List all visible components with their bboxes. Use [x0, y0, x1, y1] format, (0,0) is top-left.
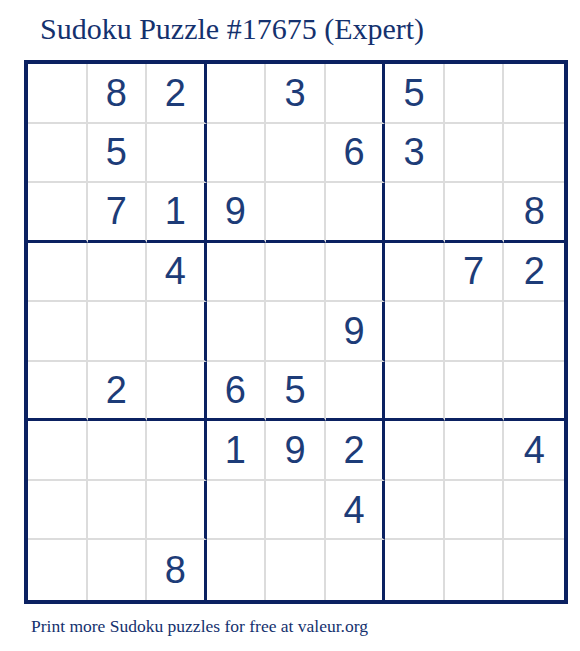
cell-r1c5: 3 [266, 64, 326, 124]
cell-r4c7 [385, 243, 445, 303]
cell-r6c7 [385, 362, 445, 422]
cell-r3c5 [266, 183, 326, 243]
cell-r2c8 [445, 124, 505, 184]
footer-text: Print more Sudoku puzzles for free at va… [31, 616, 368, 637]
cell-r3c8 [445, 183, 505, 243]
cell-r6c1 [28, 362, 88, 422]
cell-r4c2 [88, 243, 148, 303]
cell-r9c7 [385, 540, 445, 600]
cell-r3c7 [385, 183, 445, 243]
cell-r7c1 [28, 421, 88, 481]
cell-r4c5 [266, 243, 326, 303]
cell-r8c5 [266, 481, 326, 541]
cell-r3c1 [28, 183, 88, 243]
cell-r2c9 [504, 124, 564, 184]
cell-r2c7: 3 [385, 124, 445, 184]
cell-r1c3: 2 [147, 64, 207, 124]
cell-r8c9 [504, 481, 564, 541]
cell-r3c6 [326, 183, 386, 243]
cell-r5c1 [28, 302, 88, 362]
cell-r1c9 [504, 64, 564, 124]
cell-r1c7: 5 [385, 64, 445, 124]
cell-r3c2: 7 [88, 183, 148, 243]
cell-r9c3: 8 [147, 540, 207, 600]
cell-r9c8 [445, 540, 505, 600]
cell-r9c2 [88, 540, 148, 600]
cell-r9c5 [266, 540, 326, 600]
cell-r5c9 [504, 302, 564, 362]
page-title: Sudoku Puzzle #17675 (Expert) [40, 12, 424, 46]
cell-r4c9: 2 [504, 243, 564, 303]
cell-r8c8 [445, 481, 505, 541]
cell-r7c9: 4 [504, 421, 564, 481]
cell-r9c9 [504, 540, 564, 600]
cell-r8c1 [28, 481, 88, 541]
cell-r6c5: 5 [266, 362, 326, 422]
cell-r1c4 [207, 64, 267, 124]
cell-r6c4: 6 [207, 362, 267, 422]
cell-r7c3 [147, 421, 207, 481]
sudoku-page: Sudoku Puzzle #17675 (Expert) 8235563719… [0, 0, 580, 651]
cell-r4c4 [207, 243, 267, 303]
cell-r1c6 [326, 64, 386, 124]
cell-r2c6: 6 [326, 124, 386, 184]
cell-r6c2: 2 [88, 362, 148, 422]
cell-r7c4: 1 [207, 421, 267, 481]
cell-r8c3 [147, 481, 207, 541]
cell-r2c3 [147, 124, 207, 184]
cell-r4c6 [326, 243, 386, 303]
cell-r5c7 [385, 302, 445, 362]
cell-r5c6: 9 [326, 302, 386, 362]
cell-r1c2: 8 [88, 64, 148, 124]
cell-r1c1 [28, 64, 88, 124]
cell-r6c9 [504, 362, 564, 422]
cell-r3c9: 8 [504, 183, 564, 243]
cell-r8c4 [207, 481, 267, 541]
cell-r7c5: 9 [266, 421, 326, 481]
cell-r1c8 [445, 64, 505, 124]
cell-r5c4 [207, 302, 267, 362]
cell-r2c2: 5 [88, 124, 148, 184]
cell-r5c8 [445, 302, 505, 362]
cell-r4c3: 4 [147, 243, 207, 303]
cell-r4c1 [28, 243, 88, 303]
cell-r2c1 [28, 124, 88, 184]
cell-r7c8 [445, 421, 505, 481]
cell-r6c6 [326, 362, 386, 422]
cell-r3c4: 9 [207, 183, 267, 243]
sudoku-board: 823556371984729265192448 [24, 60, 568, 604]
cell-r8c7 [385, 481, 445, 541]
cell-r2c4 [207, 124, 267, 184]
cell-r7c7 [385, 421, 445, 481]
cell-r9c6 [326, 540, 386, 600]
cell-r3c3: 1 [147, 183, 207, 243]
cell-r6c8 [445, 362, 505, 422]
cell-r8c6: 4 [326, 481, 386, 541]
cell-r4c8: 7 [445, 243, 505, 303]
cell-r9c1 [28, 540, 88, 600]
cell-r2c5 [266, 124, 326, 184]
cell-r8c2 [88, 481, 148, 541]
cell-r7c6: 2 [326, 421, 386, 481]
cell-r5c2 [88, 302, 148, 362]
cell-r7c2 [88, 421, 148, 481]
cell-r5c3 [147, 302, 207, 362]
cell-r6c3 [147, 362, 207, 422]
cell-r5c5 [266, 302, 326, 362]
cell-r9c4 [207, 540, 267, 600]
